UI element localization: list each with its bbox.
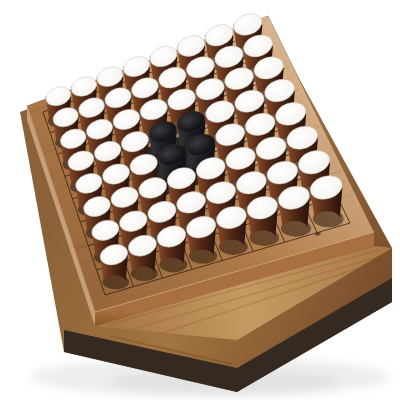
product-photo-canvas	[0, 0, 400, 400]
othello-board-scene	[0, 0, 400, 400]
